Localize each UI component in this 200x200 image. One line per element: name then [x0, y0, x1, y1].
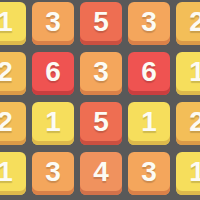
tile-r1c2[interactable]: 3 — [32, 2, 74, 45]
tile-value: 1 — [189, 158, 200, 186]
tile-r4c3[interactable]: 4 — [80, 152, 122, 195]
tile-value: 3 — [45, 158, 61, 186]
tile-r2c3[interactable]: 3 — [80, 52, 122, 95]
tile-value: 6 — [45, 58, 61, 86]
tile-value: 1 — [0, 158, 13, 186]
tile-r3c1[interactable]: 2 — [0, 102, 26, 145]
tile-r2c1[interactable]: 2 — [0, 52, 26, 95]
game-viewport: 13532263612151213431 — [0, 0, 200, 200]
tile-r3c3[interactable]: 5 — [80, 102, 122, 145]
tile-value: 3 — [93, 58, 109, 86]
tile-value: 1 — [141, 108, 157, 136]
tile-r4c5[interactable]: 1 — [176, 152, 200, 195]
tile-value: 2 — [0, 58, 13, 86]
tile-r1c1[interactable]: 1 — [0, 2, 26, 45]
tile-value: 5 — [93, 108, 109, 136]
tile-r1c4[interactable]: 3 — [128, 2, 170, 45]
tile-r4c1[interactable]: 1 — [0, 152, 26, 195]
tile-value: 3 — [141, 158, 157, 186]
tile-r1c5[interactable]: 2 — [176, 2, 200, 45]
tile-r2c5[interactable]: 1 — [176, 52, 200, 95]
tile-value: 2 — [189, 108, 200, 136]
tile-r1c3[interactable]: 5 — [80, 2, 122, 45]
tile-r2c4[interactable]: 6 — [128, 52, 170, 95]
tile-r4c4[interactable]: 3 — [128, 152, 170, 195]
tile-value: 2 — [189, 8, 200, 36]
tile-r3c2[interactable]: 1 — [32, 102, 74, 145]
tile-r3c5[interactable]: 2 — [176, 102, 200, 145]
tile-value: 1 — [45, 108, 61, 136]
game-board: 13532263612151213431 — [0, 2, 200, 195]
tile-value: 3 — [141, 8, 157, 36]
tile-r3c4[interactable]: 1 — [128, 102, 170, 145]
tile-r4c2[interactable]: 3 — [32, 152, 74, 195]
tile-r2c2[interactable]: 6 — [32, 52, 74, 95]
tile-value: 2 — [0, 108, 13, 136]
tile-value: 1 — [189, 58, 200, 86]
tile-value: 6 — [141, 58, 157, 86]
tile-value: 5 — [93, 8, 109, 36]
tile-value: 4 — [93, 158, 109, 186]
tile-value: 3 — [45, 8, 61, 36]
tile-value: 1 — [0, 8, 13, 36]
